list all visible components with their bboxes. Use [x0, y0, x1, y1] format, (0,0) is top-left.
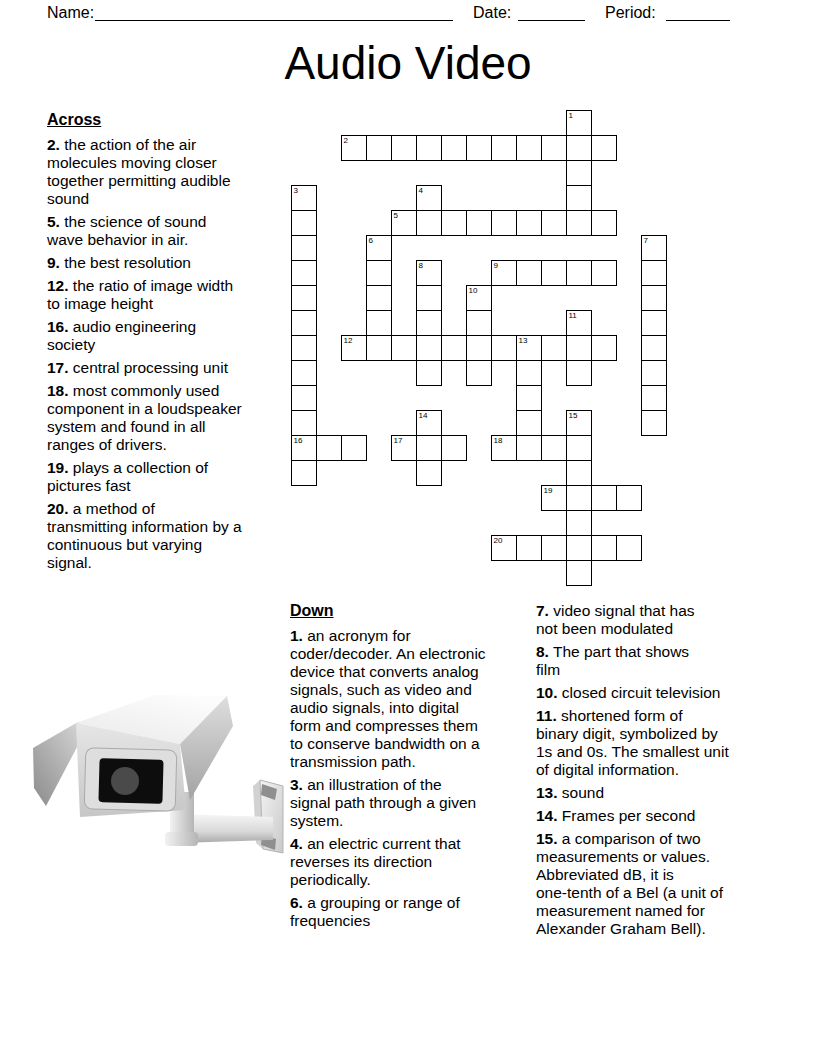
clue-number-label: 15. — [536, 830, 558, 847]
clue-across-5: 5. the science of sound wave behavior in… — [47, 213, 299, 249]
clue-text: a grouping or range of frequencies — [290, 894, 460, 929]
grid-cell-r1c12[interactable] — [591, 135, 617, 161]
clue-number-label: 2. — [47, 136, 60, 153]
clue-text: closed circuit television — [558, 684, 721, 701]
clue-text: plays a collection of pictures fast — [47, 459, 208, 494]
grid-cell-r11c14[interactable] — [641, 385, 667, 411]
grid-cell-r9c11[interactable] — [566, 335, 592, 361]
grid-cell-r4c9[interactable] — [516, 210, 542, 236]
clue-number-label: 9. — [47, 254, 60, 271]
grid-cell-r8c3[interactable] — [366, 310, 392, 336]
grid-cell-r4c12[interactable] — [591, 210, 617, 236]
grid-cell-r6c10[interactable] — [541, 260, 567, 286]
grid-cell-r15c10[interactable]: 19 — [541, 485, 567, 511]
clue-down-7: 7. video signal that has not been modula… — [536, 602, 778, 638]
clue-down-11: 11. shortened form of binary digit, symb… — [536, 707, 778, 779]
grid-cell-r9c10[interactable] — [541, 335, 567, 361]
grid-cell-r10c9[interactable] — [516, 360, 542, 386]
grid-cell-r13c5[interactable] — [416, 435, 442, 461]
clue-text: The part that shows film — [536, 643, 689, 678]
clue-number-6: 6 — [369, 236, 373, 245]
grid-cell-r11c9[interactable] — [516, 385, 542, 411]
clue-number-label: 13. — [536, 784, 558, 801]
security-camera-illustration — [15, 686, 295, 866]
clue-number-label: 18. — [47, 382, 69, 399]
grid-cell-r8c14[interactable] — [641, 310, 667, 336]
grid-cell-r1c4[interactable] — [391, 135, 417, 161]
grid-cell-r1c8[interactable] — [491, 135, 517, 161]
clue-text: an electric current that reverses its di… — [290, 835, 461, 888]
name-blank[interactable] — [95, 3, 453, 21]
grid-cell-r9c9[interactable]: 13 — [516, 335, 542, 361]
grid-cell-r9c8[interactable] — [491, 335, 517, 361]
grid-cell-r15c11[interactable] — [566, 485, 592, 511]
grid-cell-r9c14[interactable] — [641, 335, 667, 361]
clue-number-4: 4 — [419, 186, 423, 195]
grid-cell-r14c11[interactable] — [566, 460, 592, 486]
grid-cell-r12c5[interactable]: 14 — [416, 410, 442, 436]
clue-down-14: 14. Frames per second — [536, 807, 778, 825]
grid-cell-r13c4[interactable]: 17 — [391, 435, 417, 461]
clue-number-15: 15 — [569, 411, 578, 420]
grid-cell-r0c11[interactable]: 1 — [566, 110, 592, 136]
clue-number-8: 8 — [419, 261, 423, 270]
clue-number-label: 1. — [290, 627, 303, 644]
clue-number-14: 14 — [419, 411, 428, 420]
grid-cell-r3c5[interactable]: 4 — [416, 185, 442, 211]
clue-number-label: 16. — [47, 318, 69, 335]
clue-number-12: 12 — [344, 336, 353, 345]
clue-number-13: 13 — [519, 336, 528, 345]
grid-cell-r1c7[interactable] — [466, 135, 492, 161]
clue-text: sound — [558, 784, 605, 801]
clue-down-15: 15. a comparison of two measurements or … — [536, 830, 778, 938]
grid-cell-r15c12[interactable] — [591, 485, 617, 511]
clue-number-10: 10 — [469, 286, 478, 295]
grid-cell-r6c5[interactable]: 8 — [416, 260, 442, 286]
clue-number-5: 5 — [394, 211, 398, 220]
camera-flange — [165, 832, 198, 846]
wall-mount-plate — [253, 780, 283, 853]
clue-number-label: 11. — [536, 707, 557, 724]
grid-cell-r14c5[interactable] — [416, 460, 442, 486]
clue-number-20: 20 — [494, 536, 503, 545]
clue-text: an illustration of the signal path throu… — [290, 776, 476, 829]
clue-text: shortened form of binary digit, symboliz… — [536, 707, 729, 778]
page-title: Audio Video — [0, 38, 816, 88]
clue-across-12: 12. the ratio of image width to image he… — [47, 277, 299, 313]
clue-across-2: 2. the action of the air molecules movin… — [47, 136, 299, 208]
down-clue-list-right: 7. video signal that has not been modula… — [536, 602, 778, 938]
grid-cell-r8c5[interactable] — [416, 310, 442, 336]
grid-cell-r12c14[interactable] — [641, 410, 667, 436]
clue-text: most commonly used component in a loudsp… — [47, 382, 242, 453]
grid-cell-r9c12[interactable] — [591, 335, 617, 361]
grid-cell-r5c3[interactable]: 6 — [366, 235, 392, 261]
grid-cell-r17c12[interactable] — [591, 535, 617, 561]
clue-number-1: 1 — [569, 111, 573, 120]
clue-number-label: 20. — [47, 500, 69, 517]
across-heading: Across — [47, 111, 299, 129]
across-section: Across 2. the action of the air molecule… — [47, 111, 299, 577]
down-section-left: Down 1. an acronym for coder/decoder. An… — [290, 602, 535, 935]
down-heading: Down — [290, 602, 535, 620]
clue-across-19: 19. plays a collection of pictures fast — [47, 459, 299, 495]
clue-number-label: 12. — [47, 277, 69, 294]
date-blank[interactable] — [518, 3, 585, 21]
grid-cell-r7c5[interactable] — [416, 285, 442, 311]
clue-text: the science of sound wave behavior in ai… — [47, 213, 206, 248]
grid-cell-r9c6[interactable] — [441, 335, 467, 361]
clue-text: central processing unit — [69, 359, 228, 376]
grid-cell-r1c3[interactable] — [366, 135, 392, 161]
grid-cell-r17c8[interactable]: 20 — [491, 535, 517, 561]
clue-text: video signal that has not been modulated — [536, 602, 695, 637]
grid-cell-r8c11[interactable]: 11 — [566, 310, 592, 336]
clue-number-11: 11 — [569, 311, 577, 320]
clue-text: a method of transmitting information by … — [47, 500, 242, 571]
period-label: Period: — [605, 3, 656, 22]
clue-number-17: 17 — [394, 436, 403, 445]
clue-number-label: 5. — [47, 213, 60, 230]
clue-text: the best resolution — [60, 254, 191, 271]
camera-lens-icon — [111, 767, 139, 795]
grid-cell-r10c7[interactable] — [466, 360, 492, 386]
grid-cell-r1c11[interactable] — [566, 135, 592, 161]
grid-cell-r5c14[interactable]: 7 — [641, 235, 667, 261]
down-clue-list-left: 1. an acronym for coder/decoder. An elec… — [290, 627, 535, 930]
clue-number-2: 2 — [344, 136, 348, 145]
clue-number-7: 7 — [644, 236, 648, 245]
period-blank[interactable] — [666, 3, 730, 21]
clue-across-9: 9. the best resolution — [47, 254, 299, 272]
grid-cell-r18c11[interactable] — [566, 560, 592, 586]
clue-text: the ratio of image width to image height — [47, 277, 233, 312]
clue-text: audio engineering society — [47, 318, 196, 353]
grid-cell-r6c9[interactable] — [516, 260, 542, 286]
clue-number-18: 18 — [494, 436, 503, 445]
clue-down-6: 6. a grouping or range of frequencies — [290, 894, 535, 930]
clue-across-18: 18. most commonly used component in a lo… — [47, 382, 299, 454]
clue-number-label: 14. — [536, 807, 558, 824]
grid-cell-r13c1[interactable] — [316, 435, 342, 461]
across-clue-list: 2. the action of the air molecules movin… — [47, 136, 299, 572]
clue-down-4: 4. an electric current that reverses its… — [290, 835, 535, 889]
clue-number-label: 8. — [536, 643, 549, 660]
grid-cell-r6c8[interactable]: 9 — [491, 260, 517, 286]
clue-across-16: 16. audio engineering society — [47, 318, 299, 354]
crossword-grid: 1234567891011121314151617181920 — [291, 110, 669, 588]
grid-cell-r13c6[interactable] — [441, 435, 467, 461]
grid-cell-r13c2[interactable] — [341, 435, 367, 461]
grid-cell-r1c2[interactable]: 2 — [341, 135, 367, 161]
clue-text: Frames per second — [558, 807, 696, 824]
clue-down-10: 10. closed circuit television — [536, 684, 778, 702]
grid-cell-r17c10[interactable] — [541, 535, 567, 561]
grid-cell-r16c11[interactable] — [566, 510, 592, 536]
grid-cell-r7c14[interactable] — [641, 285, 667, 311]
clue-down-1: 1. an acronym for coder/decoder. An elec… — [290, 627, 535, 771]
grid-cell-r1c9[interactable] — [516, 135, 542, 161]
clue-down-3: 3. an illustration of the signal path th… — [290, 776, 535, 830]
grid-cell-r4c4[interactable]: 5 — [391, 210, 417, 236]
down-section-right: 7. video signal that has not been modula… — [536, 602, 778, 943]
grid-cell-r4c7[interactable] — [466, 210, 492, 236]
clue-number-label: 10. — [536, 684, 558, 701]
grid-cell-r6c14[interactable] — [641, 260, 667, 286]
clue-number-label: 19. — [47, 459, 69, 476]
grid-cell-r3c11[interactable] — [566, 185, 592, 211]
grid-cell-r10c14[interactable] — [641, 360, 667, 386]
grid-cell-r6c11[interactable] — [566, 260, 592, 286]
grid-cell-r1c5[interactable] — [416, 135, 442, 161]
grid-cell-r10c11[interactable] — [566, 360, 592, 386]
grid-cell-r4c10[interactable] — [541, 210, 567, 236]
grid-cell-r9c5[interactable] — [416, 335, 442, 361]
clue-number-label: 17. — [47, 359, 69, 376]
grid-cell-r4c11[interactable] — [566, 210, 592, 236]
grid-cell-r12c11[interactable]: 15 — [566, 410, 592, 436]
grid-cell-r13c10[interactable] — [541, 435, 567, 461]
clue-number-9: 9 — [494, 261, 498, 270]
clue-across-17: 17. central processing unit — [47, 359, 299, 377]
grid-cell-r12c9[interactable] — [516, 410, 542, 436]
grid-cell-r6c12[interactable] — [591, 260, 617, 286]
grid-cell-r13c8[interactable]: 18 — [491, 435, 517, 461]
clue-text: an acronym for coder/decoder. An electro… — [290, 627, 486, 770]
clue-number-label: 6. — [290, 894, 303, 911]
grid-cell-r7c3[interactable] — [366, 285, 392, 311]
clue-text: the action of the air molecules moving c… — [47, 136, 231, 207]
clue-text: a comparison of two measurements or valu… — [536, 830, 723, 937]
grid-cell-r13c11[interactable] — [566, 435, 592, 461]
grid-cell-r13c9[interactable] — [516, 435, 542, 461]
grid-cell-r9c4[interactable] — [391, 335, 417, 361]
clue-down-13: 13. sound — [536, 784, 778, 802]
grid-cell-r8c7[interactable] — [466, 310, 492, 336]
grid-cell-r17c11[interactable] — [566, 535, 592, 561]
grid-cell-r7c7[interactable]: 10 — [466, 285, 492, 311]
grid-cell-r1c6[interactable] — [441, 135, 467, 161]
clue-number-19: 19 — [544, 486, 553, 495]
clue-down-8: 8. The part that shows film — [536, 643, 778, 679]
clue-across-20: 20. a method of transmitting information… — [47, 500, 299, 572]
grid-cell-r9c2[interactable]: 12 — [341, 335, 367, 361]
grid-cell-r17c13[interactable] — [616, 535, 642, 561]
grid-cell-r4c8[interactable] — [491, 210, 517, 236]
grid-cell-r1c10[interactable] — [541, 135, 567, 161]
grid-cell-r9c3[interactable] — [366, 335, 392, 361]
grid-cell-r10c5[interactable] — [416, 360, 442, 386]
grid-cell-r17c9[interactable] — [516, 535, 542, 561]
name-label: Name: — [47, 3, 94, 22]
grid-cell-r6c3[interactable] — [366, 260, 392, 286]
grid-cell-r4c5[interactable] — [416, 210, 442, 236]
grid-cell-r15c13[interactable] — [616, 485, 642, 511]
clue-number-label: 7. — [536, 602, 549, 619]
grid-cell-r4c6[interactable] — [441, 210, 467, 236]
camera-body — [33, 695, 233, 817]
date-label: Date: — [473, 3, 511, 22]
grid-cell-r2c11[interactable] — [566, 160, 592, 186]
grid-cell-r9c7[interactable] — [466, 335, 492, 361]
